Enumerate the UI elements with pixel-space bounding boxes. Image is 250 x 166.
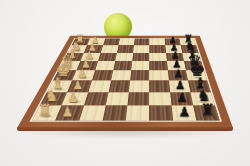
square-g5 <box>127 92 149 105</box>
square-d3 <box>95 61 115 70</box>
piece-black-pawn: ♟ <box>178 105 190 118</box>
square-e4 <box>111 70 131 80</box>
piece-black-rook: ♜ <box>200 102 215 118</box>
board-frame: ♜♟♟♜♞♟♟♞♝♟♟♝♛♟♟♛♚♟♟♚♝♟♟♝♞♟♟♞♜♟♟♜ <box>17 36 233 128</box>
square-b5 <box>133 45 149 52</box>
perspective-scene: ♜♟♟♜♞♟♟♞♝♟♟♝♛♟♟♛♚♟♟♚♝♟♟♝♞♟♟♞♜♟♟♜ <box>0 0 250 166</box>
square-a3 <box>103 39 120 46</box>
square-d5 <box>131 61 149 70</box>
piece-black-pawn: ♟ <box>176 91 187 104</box>
square-d6 <box>149 61 167 70</box>
square-g3 <box>84 92 109 105</box>
square-g6 <box>149 92 171 105</box>
piece-white-rook: ♜ <box>37 102 52 118</box>
square-h3 <box>79 105 106 120</box>
board-inner-line: ♜♟♟♜♞♟♟♞♝♟♟♝♛♟♟♛♚♟♟♚♝♟♟♝♞♟♟♞♜♟♟♜ <box>29 38 222 122</box>
board-front-edge <box>17 127 233 131</box>
square-f6 <box>149 81 169 93</box>
square-g4 <box>106 92 129 105</box>
square-f3 <box>88 81 111 93</box>
square-c6 <box>149 53 166 61</box>
piece-white-pawn: ♟ <box>62 105 74 118</box>
square-f4 <box>108 81 130 93</box>
square-e5 <box>130 70 149 80</box>
chessboard: ♜♟♟♜♞♟♟♞♝♟♟♝♛♟♟♛♚♟♟♚♝♟♟♝♞♟♟♞♜♟♟♜ <box>17 36 233 128</box>
square-c5 <box>132 53 149 61</box>
square-b3 <box>100 45 118 52</box>
square-a5 <box>134 39 150 46</box>
piece-white-pawn: ♟ <box>68 91 79 104</box>
square-a6 <box>150 39 166 46</box>
square-h7: ♟ <box>171 105 196 120</box>
square-c3 <box>98 53 117 61</box>
square-f5 <box>129 81 150 93</box>
square-e3 <box>92 70 113 80</box>
square-a4 <box>118 39 134 46</box>
square-b6 <box>149 45 165 52</box>
square-h8: ♜ <box>193 105 220 120</box>
chess-set-photo: ♜♟♟♜♞♟♟♞♝♟♟♝♛♟♟♛♚♟♟♚♝♟♟♝♞♟♟♞♜♟♟♜ <box>0 0 250 166</box>
piece-black-pawn: ♟ <box>175 79 186 91</box>
board-grid: ♜♟♟♜♞♟♟♞♝♟♟♝♛♟♟♛♚♟♟♚♝♟♟♝♞♟♟♞♜♟♟♜ <box>32 39 220 121</box>
square-c4 <box>115 53 133 61</box>
piece-white-pawn: ♟ <box>73 79 84 91</box>
square-h5 <box>126 105 150 120</box>
square-b4 <box>117 45 134 52</box>
square-e6 <box>149 70 168 80</box>
square-h4 <box>102 105 127 120</box>
square-d4 <box>113 61 132 70</box>
square-h2: ♟ <box>55 105 83 120</box>
square-h6 <box>149 105 172 120</box>
